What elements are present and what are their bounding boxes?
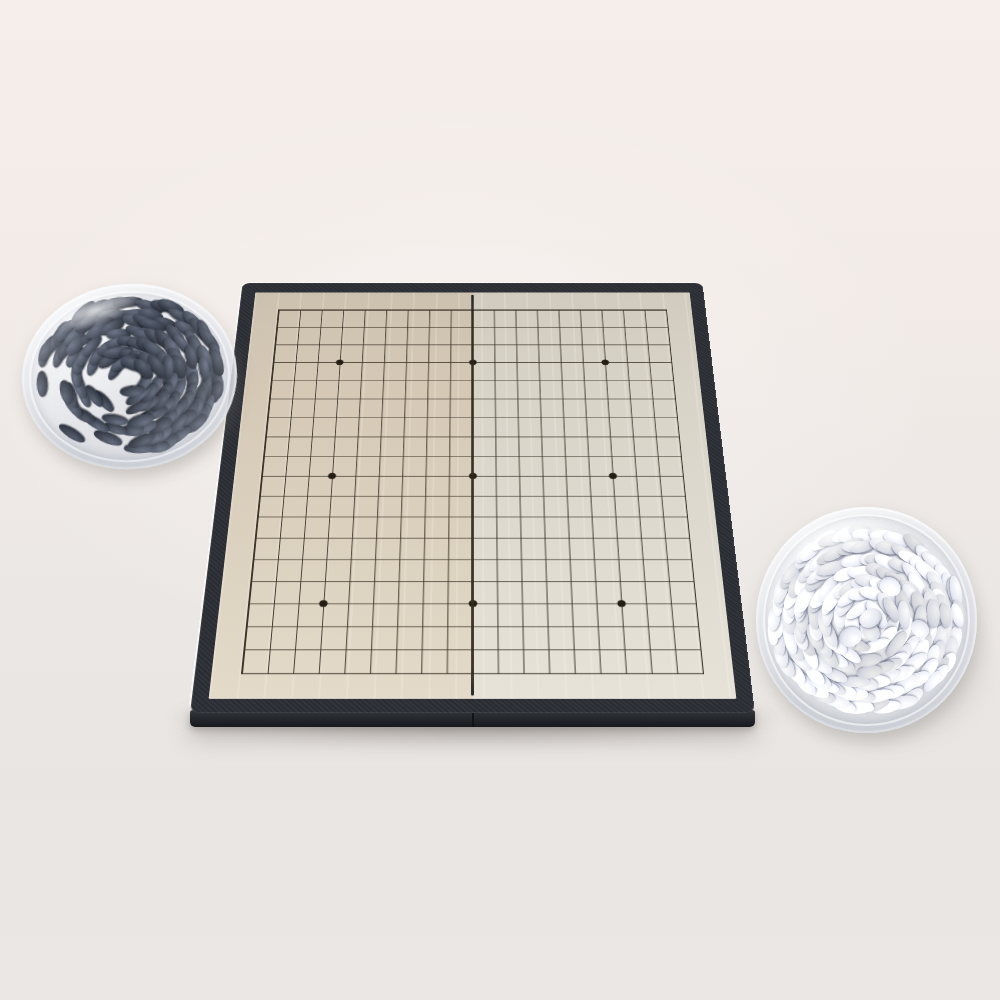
star-point [336,360,344,365]
board-face [209,292,737,698]
star-point [601,360,609,365]
go-stone-black [36,371,48,397]
go-board [190,283,755,713]
hinge-fold-seam [471,295,474,696]
white-stones-bowl [756,507,977,733]
star-point [609,473,617,479]
star-point [328,473,336,479]
star-point [319,600,328,607]
white-stones-layer [765,516,968,724]
star-point [617,600,626,607]
